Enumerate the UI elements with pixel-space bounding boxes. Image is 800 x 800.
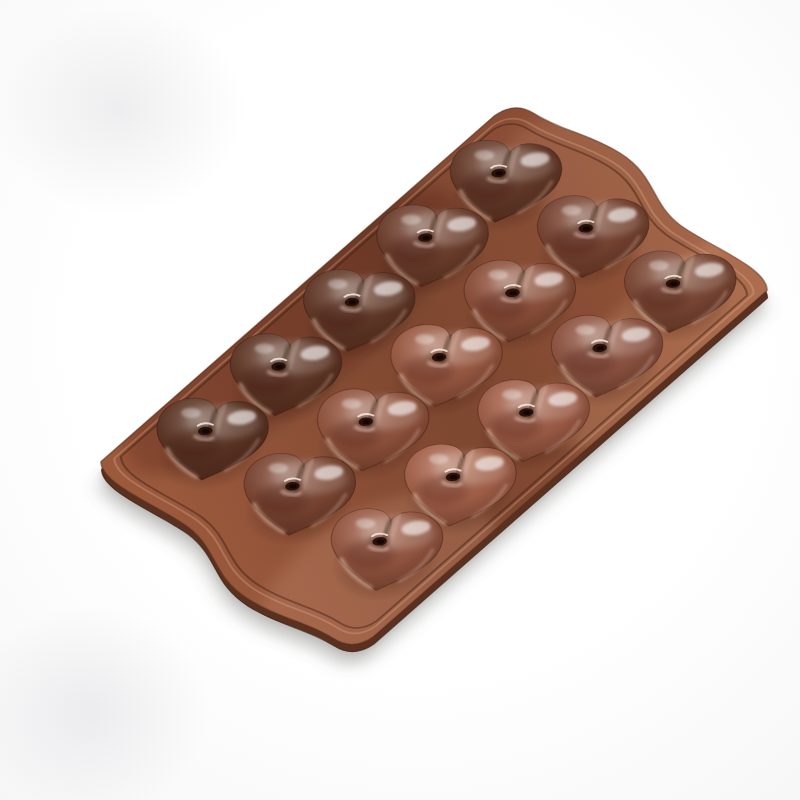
background-shading-top-left [0, 0, 300, 260]
photo-stage [0, 0, 800, 800]
mold-tray [80, 98, 788, 653]
